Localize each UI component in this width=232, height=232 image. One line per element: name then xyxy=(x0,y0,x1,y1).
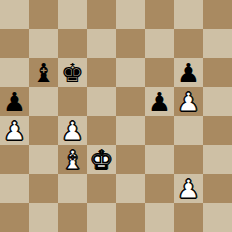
square-c2[interactable] xyxy=(58,174,87,203)
square-f3[interactable] xyxy=(145,145,174,174)
square-b7[interactable] xyxy=(29,29,58,58)
square-e1[interactable] xyxy=(116,203,145,232)
piece-black-pawn[interactable]: ♟ xyxy=(145,87,174,116)
piece-white-bishop[interactable]: ♝ xyxy=(58,145,87,174)
square-b4[interactable] xyxy=(29,116,58,145)
square-c6[interactable]: ♚ xyxy=(58,58,87,87)
square-h4[interactable] xyxy=(203,116,232,145)
piece-white-pawn[interactable]: ♟ xyxy=(58,116,87,145)
square-a6[interactable] xyxy=(0,58,29,87)
square-c4[interactable]: ♟ xyxy=(58,116,87,145)
square-d8[interactable] xyxy=(87,0,116,29)
piece-white-pawn[interactable]: ♟ xyxy=(174,87,203,116)
square-g2[interactable]: ♟ xyxy=(174,174,203,203)
square-b8[interactable] xyxy=(29,0,58,29)
square-a2[interactable] xyxy=(0,174,29,203)
square-c7[interactable] xyxy=(58,29,87,58)
square-c8[interactable] xyxy=(58,0,87,29)
square-c5[interactable] xyxy=(58,87,87,116)
square-d3[interactable]: ♚ xyxy=(87,145,116,174)
square-g5[interactable]: ♟ xyxy=(174,87,203,116)
square-a5[interactable]: ♟ xyxy=(0,87,29,116)
square-b2[interactable] xyxy=(29,174,58,203)
chess-board: ♝♚♟♟♟♟♟♟♝♚♟ xyxy=(0,0,232,232)
square-h2[interactable] xyxy=(203,174,232,203)
square-e2[interactable] xyxy=(116,174,145,203)
square-f2[interactable] xyxy=(145,174,174,203)
square-c3[interactable]: ♝ xyxy=(58,145,87,174)
square-d2[interactable] xyxy=(87,174,116,203)
square-c1[interactable] xyxy=(58,203,87,232)
square-g8[interactable] xyxy=(174,0,203,29)
square-a1[interactable] xyxy=(0,203,29,232)
square-d5[interactable] xyxy=(87,87,116,116)
square-e5[interactable] xyxy=(116,87,145,116)
square-h7[interactable] xyxy=(203,29,232,58)
square-f5[interactable]: ♟ xyxy=(145,87,174,116)
square-f7[interactable] xyxy=(145,29,174,58)
piece-black-pawn[interactable]: ♟ xyxy=(0,87,29,116)
piece-black-king[interactable]: ♚ xyxy=(58,58,87,87)
square-g1[interactable] xyxy=(174,203,203,232)
piece-white-pawn[interactable]: ♟ xyxy=(0,116,29,145)
square-g6[interactable]: ♟ xyxy=(174,58,203,87)
square-d4[interactable] xyxy=(87,116,116,145)
square-b5[interactable] xyxy=(29,87,58,116)
square-h3[interactable] xyxy=(203,145,232,174)
square-h8[interactable] xyxy=(203,0,232,29)
piece-black-pawn[interactable]: ♟ xyxy=(174,58,203,87)
square-e7[interactable] xyxy=(116,29,145,58)
square-e8[interactable] xyxy=(116,0,145,29)
square-b3[interactable] xyxy=(29,145,58,174)
square-a7[interactable] xyxy=(0,29,29,58)
piece-white-king[interactable]: ♚ xyxy=(87,145,116,174)
square-g3[interactable] xyxy=(174,145,203,174)
square-h6[interactable] xyxy=(203,58,232,87)
square-e3[interactable] xyxy=(116,145,145,174)
square-b1[interactable] xyxy=(29,203,58,232)
square-a8[interactable] xyxy=(0,0,29,29)
square-d7[interactable] xyxy=(87,29,116,58)
piece-black-bishop[interactable]: ♝ xyxy=(29,58,58,87)
square-e4[interactable] xyxy=(116,116,145,145)
piece-white-pawn[interactable]: ♟ xyxy=(174,174,203,203)
square-f6[interactable] xyxy=(145,58,174,87)
square-f4[interactable] xyxy=(145,116,174,145)
square-a3[interactable] xyxy=(0,145,29,174)
square-h1[interactable] xyxy=(203,203,232,232)
square-f1[interactable] xyxy=(145,203,174,232)
square-e6[interactable] xyxy=(116,58,145,87)
square-b6[interactable]: ♝ xyxy=(29,58,58,87)
square-g7[interactable] xyxy=(174,29,203,58)
square-d1[interactable] xyxy=(87,203,116,232)
square-h5[interactable] xyxy=(203,87,232,116)
square-f8[interactable] xyxy=(145,0,174,29)
square-g4[interactable] xyxy=(174,116,203,145)
square-d6[interactable] xyxy=(87,58,116,87)
square-a4[interactable]: ♟ xyxy=(0,116,29,145)
